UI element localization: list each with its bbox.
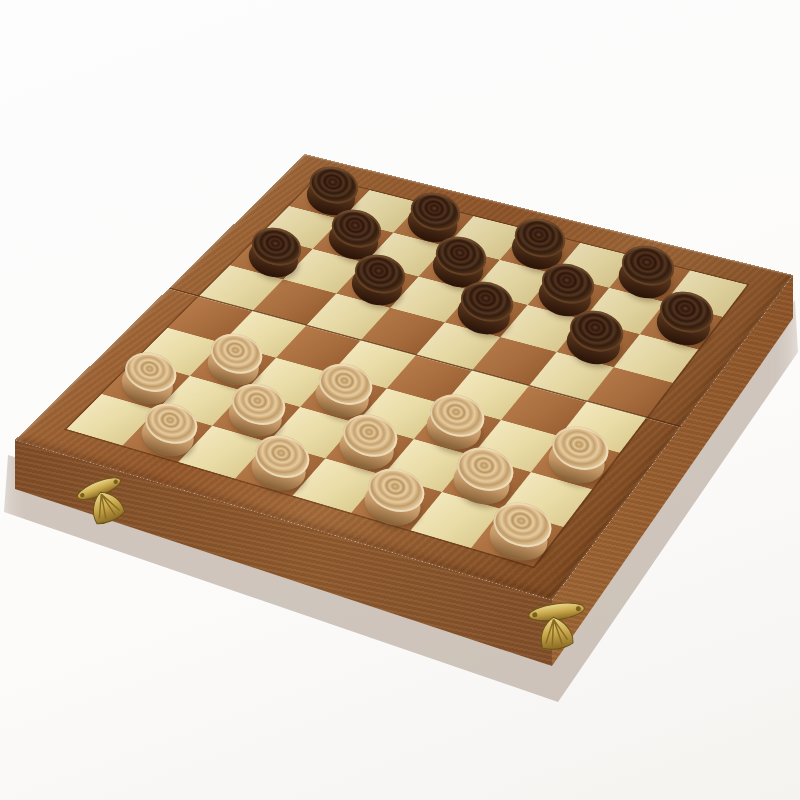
brass-clasp-left-icon [70,470,134,536]
product-photo-scene [0,0,800,800]
brass-clasp-front-icon [514,592,598,662]
